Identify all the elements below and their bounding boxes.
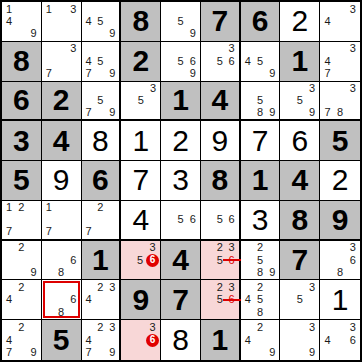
cell-r9c5[interactable]: 8 (161, 320, 201, 360)
cell-r4c2[interactable]: 4 (42, 121, 82, 161)
given-digit: 8 (13, 46, 30, 76)
given-digit: 1 (291, 46, 308, 76)
cell-r4c4[interactable]: 1 (121, 121, 161, 161)
cell-r5c2[interactable]: 9 (42, 161, 82, 201)
candidate-9: 9 (266, 346, 278, 359)
solved-digit: 7 (132, 165, 149, 195)
candidate-7: 7 (3, 346, 15, 359)
candidate-5: 5 (294, 294, 306, 306)
candidate-9: 9 (106, 106, 118, 118)
candidate-3: 3 (67, 43, 79, 55)
cell-r5c4[interactable]: 7 (121, 161, 161, 201)
candidate-grid: 127 (3, 202, 40, 238)
candidate-grid: 356 (202, 43, 238, 80)
solved-digit: 4 (132, 205, 149, 235)
candidate-3: 3 (346, 43, 359, 55)
cell-r7c2[interactable]: 68 (42, 241, 82, 281)
candidate-struck-6: 6 (226, 254, 238, 266)
cell-r9c1[interactable]: 2479 (2, 320, 42, 360)
cell-r2c5[interactable]: 569 (161, 42, 201, 82)
candidate-grid: 2356 (202, 242, 238, 279)
candidate-9: 9 (306, 106, 318, 118)
given-digit: 9 (132, 285, 149, 315)
candidate-5: 5 (94, 15, 106, 27)
cell-r9c3[interactable]: 23479 (82, 320, 122, 360)
candidate-grid: 56 (202, 202, 238, 238)
cell-r8c1[interactable]: 24 (2, 280, 42, 320)
candidate-6: 6 (67, 254, 79, 266)
candidate-4: 4 (321, 55, 334, 67)
candidate-2: 2 (254, 321, 266, 334)
candidate-9: 9 (28, 346, 40, 359)
cell-r6c9[interactable]: 9 (320, 201, 360, 241)
cell-r8c4[interactable]: 9 (121, 280, 161, 320)
solved-digit: 1 (332, 285, 349, 315)
given-digit: 3 (13, 126, 30, 156)
cell-r4c5[interactable]: 2 (161, 121, 201, 161)
cell-r6c4[interactable]: 4 (121, 201, 161, 241)
given-digit: 8 (132, 6, 149, 36)
cell-r7c5[interactable]: 4 (161, 241, 201, 281)
sudoku-board: 1491345985976234837457925693564591347625… (0, 0, 362, 362)
given-digit: 1 (211, 325, 228, 355)
candidate-2: 2 (15, 202, 27, 214)
cell-r7c7[interactable]: 2589 (241, 241, 281, 281)
given-digit: 1 (252, 165, 269, 195)
candidate-grid: 13 (43, 3, 80, 40)
candidate-1: 1 (43, 3, 55, 15)
cell-r8c6[interactable]: 2356 (201, 280, 241, 320)
candidate-grid: 35 (122, 83, 159, 119)
cell-r9c7[interactable]: 249 (241, 320, 281, 360)
candidate-5: 5 (294, 94, 306, 106)
cell-r9c2[interactable]: 5 (42, 320, 82, 360)
candidate-2: 2 (94, 202, 106, 214)
candidate-1: 1 (43, 202, 55, 214)
candidate-grid: 39 (281, 321, 318, 359)
given-digit: 4 (172, 245, 189, 275)
cell-r4c6[interactable]: 9 (201, 121, 241, 161)
cell-r1c9[interactable]: 34 (320, 2, 360, 42)
candidate-3: 3 (306, 281, 318, 293)
cell-r7c3[interactable]: 1 (82, 241, 122, 281)
candidate-2: 2 (15, 281, 27, 293)
cell-r8c7[interactable]: 2458 (241, 280, 281, 320)
cell-r3c8[interactable]: 359 (280, 82, 320, 122)
cell-r9c6[interactable]: 1 (201, 320, 241, 360)
candidate-grid: 378 (321, 83, 359, 119)
candidate-5: 5 (135, 94, 147, 106)
cell-r3c4[interactable]: 35 (121, 82, 161, 122)
candidate-grid: 68 (43, 281, 80, 318)
candidate-1: 1 (3, 202, 15, 214)
cell-r6c7[interactable]: 3 (241, 201, 281, 241)
solved-digit: 2 (172, 126, 189, 156)
candidate-grid: 2458 (242, 281, 279, 318)
candidate-grid: 34 (321, 3, 359, 40)
given-digit: 2 (53, 85, 70, 115)
candidate-2: 2 (15, 242, 27, 254)
candidate-6: 6 (226, 214, 238, 226)
candidate-4: 4 (321, 334, 334, 347)
cell-r2c9[interactable]: 347 (320, 42, 360, 82)
candidate-5: 5 (174, 15, 186, 27)
cell-r2c4[interactable]: 2 (121, 42, 161, 82)
candidate-4: 4 (83, 294, 95, 306)
given-digit: 5 (332, 126, 349, 156)
given-digit: 8 (291, 205, 308, 235)
candidate-grid: 459 (83, 3, 119, 40)
candidate-2: 2 (214, 281, 226, 293)
candidate-grid: 24 (3, 281, 40, 318)
given-digit: 6 (13, 85, 30, 115)
given-digit: 7 (172, 285, 189, 315)
candidate-3: 3 (67, 3, 79, 15)
cell-r1c5[interactable]: 59 (161, 2, 201, 42)
cell-r1c4[interactable]: 8 (121, 2, 161, 42)
candidate-7: 7 (83, 226, 95, 238)
cell-r6c6[interactable]: 56 (201, 201, 241, 241)
cell-r3c1[interactable]: 6 (2, 82, 42, 122)
candidate-9: 9 (187, 28, 199, 40)
candidate-6: 6 (67, 294, 79, 306)
candidate-grid: 459 (242, 43, 279, 80)
candidate-3: 3 (226, 242, 238, 254)
candidate-grid: 37 (43, 43, 80, 80)
cell-r4c9[interactable]: 5 (320, 121, 360, 161)
candidate-grid: 359 (281, 83, 318, 119)
cell-r4c3[interactable]: 8 (82, 121, 122, 161)
candidate-grid: 23479 (83, 321, 119, 359)
candidate-4: 4 (242, 55, 254, 67)
cell-r7c9[interactable]: 368 (320, 241, 360, 281)
candidate-3: 3 (146, 242, 159, 254)
candidate-7: 7 (43, 226, 55, 238)
candidate-grid: 589 (242, 83, 279, 119)
candidate-9: 9 (106, 346, 118, 359)
candidate-3: 3 (346, 83, 359, 95)
cell-r5c7[interactable]: 1 (241, 161, 281, 201)
candidate-grid: 29 (3, 242, 40, 279)
candidate-struck-6: 6 (226, 294, 238, 306)
cell-r2c7[interactable]: 459 (241, 42, 281, 82)
solved-digit: 9 (53, 165, 70, 195)
candidate-grid: 249 (242, 321, 279, 359)
given-digit: 7 (291, 245, 308, 275)
given-digit: 7 (211, 6, 228, 36)
cell-r8c9[interactable]: 1 (320, 280, 360, 320)
candidate-9: 9 (306, 346, 318, 359)
candidate-7: 7 (83, 346, 95, 359)
given-digit: 5 (13, 165, 30, 195)
cell-r1c7[interactable]: 6 (241, 2, 281, 42)
cell-r5c8[interactable]: 4 (280, 161, 320, 201)
solved-digit: 8 (92, 126, 109, 156)
candidate-2: 2 (94, 321, 106, 334)
candidate-9: 9 (106, 67, 118, 79)
cell-r5c5[interactable]: 3 (161, 161, 201, 201)
candidate-8: 8 (334, 106, 347, 118)
candidate-4: 4 (3, 15, 15, 27)
candidate-9: 9 (106, 28, 118, 40)
cell-r6c2[interactable]: 17 (42, 201, 82, 241)
candidate-grid: 2356 (202, 281, 238, 318)
candidate-7: 7 (43, 67, 55, 79)
candidate-circled-6: 6 (146, 334, 159, 347)
cell-r2c8[interactable]: 1 (280, 42, 320, 82)
cell-r3c5[interactable]: 1 (161, 82, 201, 122)
given-digit: 2 (132, 46, 149, 76)
candidate-2: 2 (15, 321, 27, 334)
solved-digit: 3 (252, 205, 269, 235)
solved-digit: 3 (172, 165, 189, 195)
cell-r5c3[interactable]: 6 (82, 161, 122, 201)
candidate-6: 6 (226, 55, 238, 67)
cell-r2c3[interactable]: 4579 (82, 42, 122, 82)
candidate-9: 9 (28, 266, 40, 278)
cell-r3c7[interactable]: 589 (241, 82, 281, 122)
candidate-grid: 56 (162, 202, 199, 238)
cell-r1c6[interactable]: 7 (201, 2, 241, 42)
candidate-grid: 356 (122, 242, 159, 279)
candidate-2: 2 (254, 281, 266, 293)
cell-r3c9[interactable]: 378 (320, 82, 360, 122)
candidate-9: 9 (266, 106, 278, 118)
given-digit: 4 (291, 165, 308, 195)
solved-digit: 8 (172, 325, 189, 355)
candidate-7: 7 (321, 67, 334, 79)
candidate-6: 6 (187, 214, 199, 226)
solved-digit: 2 (332, 165, 349, 195)
cell-r1c2[interactable]: 13 (42, 2, 82, 42)
solved-digit: 9 (211, 126, 228, 156)
candidate-grid: 59 (162, 3, 199, 40)
candidate-grid: 347 (321, 43, 359, 80)
cell-r3c3[interactable]: 579 (82, 82, 122, 122)
solved-digit: 2 (291, 6, 308, 36)
candidate-7: 7 (83, 106, 95, 118)
candidate-grid: 346 (321, 321, 359, 359)
cell-r1c3[interactable]: 459 (82, 2, 122, 42)
candidate-2: 2 (254, 242, 266, 254)
candidate-5: 5 (214, 55, 226, 67)
candidate-8: 8 (254, 266, 266, 278)
candidate-6: 6 (346, 254, 359, 266)
candidate-5: 5 (94, 55, 106, 67)
cell-r2c2[interactable]: 37 (42, 42, 82, 82)
candidate-5: 5 (174, 214, 186, 226)
candidate-9: 9 (266, 266, 278, 278)
cell-r6c8[interactable]: 8 (280, 201, 320, 241)
candidate-5: 5 (254, 94, 266, 106)
solved-digit: 7 (252, 126, 269, 156)
given-digit: 4 (53, 126, 70, 156)
candidate-9: 9 (187, 67, 199, 79)
candidate-4: 4 (242, 334, 254, 347)
candidate-3: 3 (106, 281, 118, 293)
candidate-circled-6: 6 (146, 254, 159, 267)
cell-r4c7[interactable]: 7 (241, 121, 281, 161)
cell-r2c6[interactable]: 356 (201, 42, 241, 82)
given-digit: 6 (92, 165, 109, 195)
candidate-5: 5 (134, 254, 146, 267)
candidate-9: 9 (266, 67, 278, 79)
candidate-6: 6 (187, 55, 199, 67)
cell-r2c1[interactable]: 8 (2, 42, 42, 82)
candidate-4: 4 (242, 294, 254, 306)
cell-r4c1[interactable]: 3 (2, 121, 42, 161)
cell-r1c1[interactable]: 149 (2, 2, 42, 42)
cell-r7c1[interactable]: 29 (2, 241, 42, 281)
candidate-grid: 149 (3, 3, 40, 40)
given-digit: 9 (332, 205, 349, 235)
cell-r3c6[interactable]: 4 (201, 82, 241, 122)
candidate-4: 4 (83, 55, 95, 67)
candidate-7: 7 (321, 106, 334, 118)
cell-r7c8[interactable]: 7 (280, 241, 320, 281)
candidate-4: 4 (321, 15, 334, 27)
candidate-grid: 68 (43, 242, 80, 279)
candidate-4: 4 (3, 334, 15, 347)
candidate-5: 5 (254, 55, 266, 67)
cell-r6c1[interactable]: 127 (2, 201, 42, 241)
candidate-grid: 4579 (83, 43, 119, 80)
candidate-8: 8 (334, 266, 347, 278)
candidate-3: 3 (226, 281, 238, 293)
given-digit: 6 (252, 6, 269, 36)
candidate-5: 5 (174, 55, 186, 67)
cell-r9c8[interactable]: 39 (280, 320, 320, 360)
cell-r7c6[interactable]: 2356 (201, 241, 241, 281)
cell-r9c9[interactable]: 346 (320, 320, 360, 360)
candidate-3: 3 (306, 83, 318, 95)
cell-r5c9[interactable]: 2 (320, 161, 360, 201)
candidate-9: 9 (28, 28, 40, 40)
given-digit: 5 (53, 325, 70, 355)
cell-r8c2[interactable]: 68 (42, 280, 82, 320)
given-digit: 4 (211, 85, 228, 115)
candidate-grid: 569 (162, 43, 199, 80)
candidate-grid: 368 (321, 242, 359, 279)
cell-r7c4[interactable]: 356 (121, 241, 161, 281)
candidate-3: 3 (226, 43, 238, 55)
candidate-4: 4 (83, 334, 95, 347)
cell-r4c8[interactable]: 6 (280, 121, 320, 161)
candidate-4: 4 (3, 294, 15, 306)
candidate-8: 8 (254, 106, 266, 118)
given-digit: 1 (92, 245, 109, 275)
candidate-2: 2 (214, 242, 226, 254)
candidate-3: 3 (346, 242, 359, 254)
solved-digit: 6 (291, 126, 308, 156)
candidate-5: 5 (94, 94, 106, 106)
solved-digit: 1 (132, 126, 149, 156)
cell-r1c8[interactable]: 2 (280, 2, 320, 42)
given-digit: 8 (211, 165, 228, 195)
candidate-grid: 579 (83, 83, 119, 119)
cell-r8c5[interactable]: 7 (161, 280, 201, 320)
candidate-3: 3 (346, 3, 359, 15)
candidate-4: 4 (83, 15, 95, 27)
candidate-grid: 35 (281, 281, 318, 318)
candidate-grid: 17 (43, 202, 80, 238)
candidate-grid: 2479 (3, 321, 40, 359)
candidate-5: 5 (254, 294, 266, 306)
candidate-7: 7 (3, 226, 15, 238)
candidate-8: 8 (55, 266, 67, 278)
candidate-1: 1 (3, 3, 15, 15)
cell-r8c8[interactable]: 35 (280, 280, 320, 320)
cell-r6c3[interactable]: 27 (82, 201, 122, 241)
cell-r5c1[interactable]: 5 (2, 161, 42, 201)
candidate-7: 7 (83, 67, 95, 79)
candidate-3: 3 (147, 83, 159, 95)
candidate-8: 8 (55, 306, 67, 318)
cell-r9c4[interactable]: 36 (121, 320, 161, 360)
candidate-3: 3 (306, 321, 318, 334)
cell-r6c5[interactable]: 56 (161, 201, 201, 241)
cell-r3c2[interactable]: 2 (42, 82, 82, 122)
candidate-grid: 36 (122, 321, 159, 359)
candidate-grid: 234 (83, 281, 119, 318)
candidate-5: 5 (214, 214, 226, 226)
candidate-grid: 27 (83, 202, 119, 238)
candidate-2: 2 (94, 281, 106, 293)
cell-r8c3[interactable]: 234 (82, 280, 122, 320)
candidate-5: 5 (254, 254, 266, 266)
candidate-8: 8 (254, 306, 266, 318)
candidate-3: 3 (146, 321, 159, 333)
candidate-3: 3 (106, 321, 118, 334)
cell-r5c6[interactable]: 8 (201, 161, 241, 201)
candidate-grid: 2589 (242, 242, 279, 279)
candidate-3: 3 (346, 321, 359, 334)
given-digit: 1 (172, 85, 189, 115)
candidate-6: 6 (346, 334, 359, 347)
